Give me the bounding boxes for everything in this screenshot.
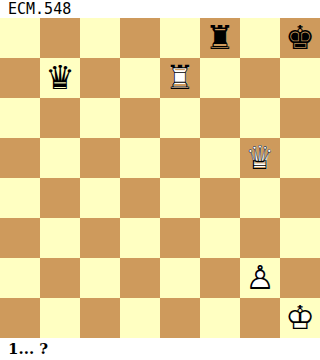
square-g5[interactable]: ♛♕ — [240, 138, 280, 178]
square-h2[interactable] — [280, 258, 320, 298]
square-b2[interactable] — [40, 258, 80, 298]
square-h6[interactable] — [280, 98, 320, 138]
white-queen-g5[interactable]: ♕ — [240, 138, 280, 178]
square-e8[interactable] — [160, 18, 200, 58]
square-d6[interactable] — [120, 98, 160, 138]
square-b7[interactable]: ♛ — [40, 58, 80, 98]
square-g2[interactable]: ♟♙ — [240, 258, 280, 298]
square-b1[interactable] — [40, 298, 80, 338]
square-b8[interactable] — [40, 18, 80, 58]
square-g1[interactable] — [240, 298, 280, 338]
square-h3[interactable] — [280, 218, 320, 258]
square-e6[interactable] — [160, 98, 200, 138]
square-h8[interactable]: ♚ — [280, 18, 320, 58]
square-d5[interactable] — [120, 138, 160, 178]
square-f5[interactable] — [200, 138, 240, 178]
square-a3[interactable] — [0, 218, 40, 258]
square-e4[interactable] — [160, 178, 200, 218]
square-e2[interactable] — [160, 258, 200, 298]
square-c8[interactable] — [80, 18, 120, 58]
square-a2[interactable] — [0, 258, 40, 298]
square-b6[interactable] — [40, 98, 80, 138]
move-prompt: 1... ? — [8, 340, 48, 360]
square-a5[interactable] — [0, 138, 40, 178]
square-c5[interactable] — [80, 138, 120, 178]
square-a6[interactable] — [0, 98, 40, 138]
square-d4[interactable] — [120, 178, 160, 218]
diagram-title: ECM.548 — [8, 1, 71, 18]
chess-board: ♜♚♛♜♖♛♕♟♙♚♔ — [0, 18, 320, 338]
square-b4[interactable] — [40, 178, 80, 218]
square-h5[interactable] — [280, 138, 320, 178]
square-d7[interactable] — [120, 58, 160, 98]
square-e1[interactable] — [160, 298, 200, 338]
square-c6[interactable] — [80, 98, 120, 138]
square-f8[interactable]: ♜ — [200, 18, 240, 58]
square-d3[interactable] — [120, 218, 160, 258]
square-a4[interactable] — [0, 178, 40, 218]
square-a8[interactable] — [0, 18, 40, 58]
square-g6[interactable] — [240, 98, 280, 138]
square-c2[interactable] — [80, 258, 120, 298]
square-c3[interactable] — [80, 218, 120, 258]
square-f6[interactable] — [200, 98, 240, 138]
white-pawn-g2[interactable]: ♙ — [240, 258, 280, 298]
square-e7[interactable]: ♜♖ — [160, 58, 200, 98]
square-d2[interactable] — [120, 258, 160, 298]
square-h1[interactable]: ♚♔ — [280, 298, 320, 338]
square-b3[interactable] — [40, 218, 80, 258]
white-rook-e7[interactable]: ♖ — [160, 58, 200, 98]
white-king-h1[interactable]: ♔ — [280, 298, 320, 338]
square-c7[interactable] — [80, 58, 120, 98]
square-d1[interactable] — [120, 298, 160, 338]
square-a1[interactable] — [0, 298, 40, 338]
black-queen-b7[interactable]: ♛ — [40, 58, 80, 98]
square-g8[interactable] — [240, 18, 280, 58]
square-f4[interactable] — [200, 178, 240, 218]
square-a7[interactable] — [0, 58, 40, 98]
square-h7[interactable] — [280, 58, 320, 98]
square-g7[interactable] — [240, 58, 280, 98]
black-rook-f8[interactable]: ♜ — [200, 18, 240, 58]
square-d8[interactable] — [120, 18, 160, 58]
square-c4[interactable] — [80, 178, 120, 218]
square-f3[interactable] — [200, 218, 240, 258]
square-f7[interactable] — [200, 58, 240, 98]
square-f2[interactable] — [200, 258, 240, 298]
square-g4[interactable] — [240, 178, 280, 218]
square-g3[interactable] — [240, 218, 280, 258]
square-e3[interactable] — [160, 218, 200, 258]
square-e5[interactable] — [160, 138, 200, 178]
square-b5[interactable] — [40, 138, 80, 178]
square-c1[interactable] — [80, 298, 120, 338]
square-h4[interactable] — [280, 178, 320, 218]
square-f1[interactable] — [200, 298, 240, 338]
black-king-h8[interactable]: ♚ — [280, 18, 320, 58]
